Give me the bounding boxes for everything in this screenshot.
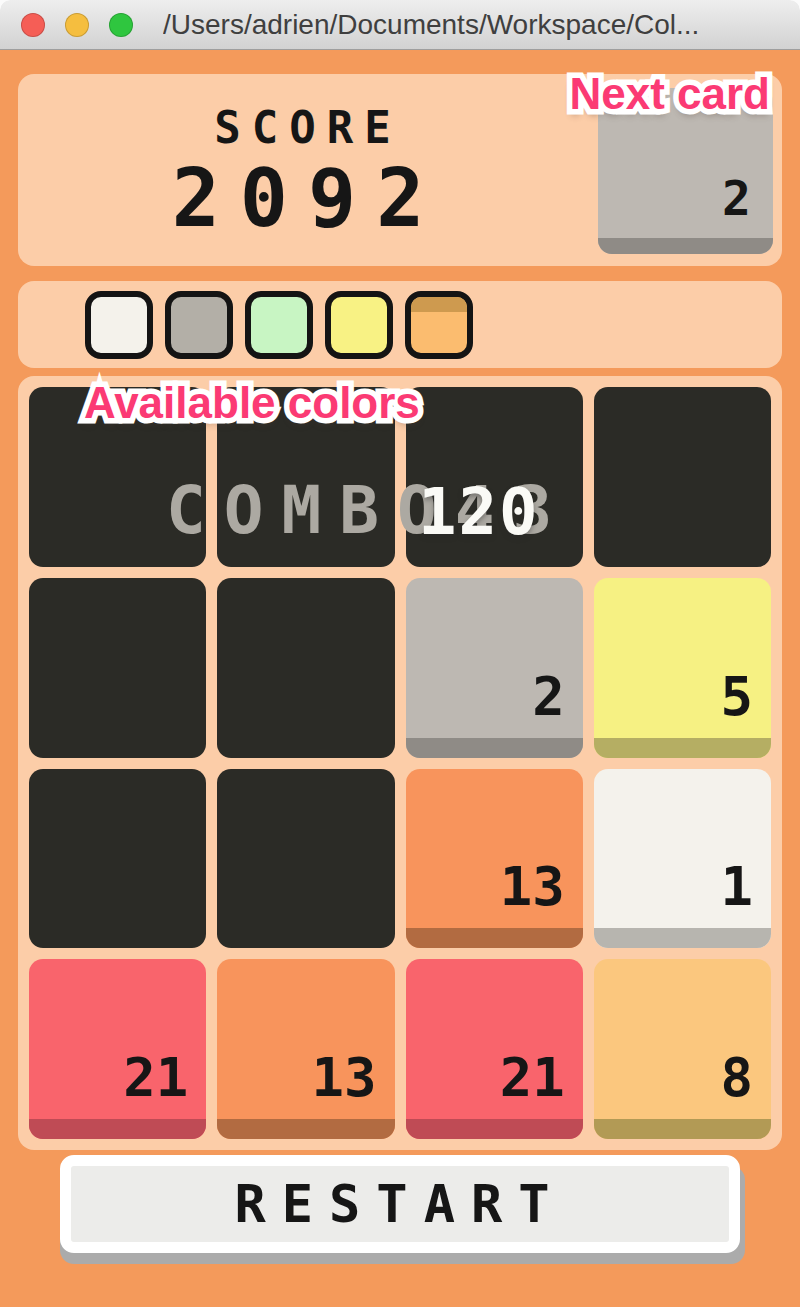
window-title: /Users/adrien/Documents/Workspace/Col... xyxy=(163,9,699,41)
card-bottom-strip xyxy=(594,738,771,758)
color-swatch-gray xyxy=(165,291,233,359)
board-panel: 251312113218 Available colors COMBO43 12… xyxy=(18,376,782,1150)
card-bottom-strip xyxy=(406,928,583,948)
card-bottom-strip xyxy=(406,1119,583,1139)
next-card-value: 2 xyxy=(722,170,751,226)
card-bottom-strip xyxy=(217,1119,394,1139)
available-colors-panel xyxy=(18,281,782,368)
board-cell-r1c0-empty[interactable] xyxy=(29,578,206,758)
board-cell-r3c1-orange-13[interactable]: 13 xyxy=(217,959,394,1139)
score-panel: SCORE 2092 2 Next card xyxy=(18,74,782,266)
card-value: 2 xyxy=(532,670,565,724)
color-swatch-green xyxy=(245,291,313,359)
points-popup-text: 120 xyxy=(418,480,540,544)
card-bottom-strip xyxy=(594,928,771,948)
score-label: SCORE xyxy=(214,105,401,151)
available-colors-label: Available colors xyxy=(84,381,420,425)
color-swatch-white xyxy=(85,291,153,359)
board-cell-r1c1-empty[interactable] xyxy=(217,578,394,758)
board-cell-r3c3-peach-8[interactable]: 8 xyxy=(594,959,771,1139)
card-value: 5 xyxy=(720,670,753,724)
board-cell-r2c2-orange-13[interactable]: 13 xyxy=(406,769,583,949)
card-bottom-strip xyxy=(406,738,583,758)
board-cell-r3c0-red-21[interactable]: 21 xyxy=(29,959,206,1139)
board-cell-r2c0-empty[interactable] xyxy=(29,769,206,949)
card-value: 21 xyxy=(123,1051,188,1105)
minimize-button[interactable] xyxy=(65,13,89,37)
card-value: 13 xyxy=(500,860,565,914)
card-value: 21 xyxy=(500,1051,565,1105)
close-button[interactable] xyxy=(21,13,45,37)
next-card-bottom-strip xyxy=(598,238,773,254)
titlebar: /Users/adrien/Documents/Workspace/Col... xyxy=(0,0,800,50)
restart-button[interactable]: RESTART xyxy=(60,1155,740,1253)
board-cell-r3c2-red-21[interactable]: 21 xyxy=(406,959,583,1139)
color-swatch-row xyxy=(85,291,473,359)
card-bottom-strip xyxy=(29,1119,206,1139)
card-value: 1 xyxy=(720,860,753,914)
game-area: SCORE 2092 2 Next card 251312113218 Avai… xyxy=(0,50,800,1307)
app-window: /Users/adrien/Documents/Workspace/Col...… xyxy=(0,0,800,1307)
traffic-lights xyxy=(0,13,133,37)
swatch-top-strip xyxy=(411,297,467,312)
card-bottom-strip xyxy=(594,1119,771,1139)
next-card-label: Next card xyxy=(569,72,770,116)
score-value: 2092 xyxy=(172,157,445,241)
board-cell-r1c3-yellow-5[interactable]: 5 xyxy=(594,578,771,758)
color-swatch-yellow xyxy=(325,291,393,359)
zoom-button[interactable] xyxy=(109,13,133,37)
board-cell-r0c3-empty[interactable] xyxy=(594,387,771,567)
card-value: 8 xyxy=(720,1051,753,1105)
board-cell-r2c3-white-1[interactable]: 1 xyxy=(594,769,771,949)
score-block: SCORE 2092 xyxy=(18,74,598,266)
board-cell-r1c2-gray-2[interactable]: 2 xyxy=(406,578,583,758)
board-cell-r2c1-empty[interactable] xyxy=(217,769,394,949)
color-swatch-orange xyxy=(405,291,473,359)
card-value: 13 xyxy=(311,1051,376,1105)
